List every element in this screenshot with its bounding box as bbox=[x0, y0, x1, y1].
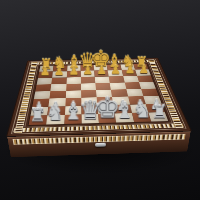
piece-gold-pawn-b7: ♟ bbox=[54, 66, 64, 78]
piece-silver-knight-g1: ♞ bbox=[133, 101, 151, 121]
piece-gold-pawn-h7: ♟ bbox=[139, 64, 149, 76]
square-d7: ♟ bbox=[81, 71, 95, 77]
square-c1: ♝ bbox=[64, 114, 82, 124]
photo-scene: ♜♞♝♛♚♝♞♜♟♟♟♟♟♟♟♟♟♟♟♟♟♟♟♟♜♞♝♛♚♝♞♜ bbox=[0, 0, 200, 200]
chess-board: ♜♞♝♛♚♝♞♜♟♟♟♟♟♟♟♟♟♟♟♟♟♟♟♟♜♞♝♛♚♝♞♜ bbox=[29, 64, 168, 125]
piece-silver-bishop-c1: ♝ bbox=[63, 101, 83, 123]
piece-gold-pawn-c7: ♟ bbox=[68, 65, 78, 77]
board-frame: ♜♞♝♛♚♝♞♜♟♟♟♟♟♟♟♟♟♟♟♟♟♟♟♟♜♞♝♛♚♝♞♜ bbox=[6, 58, 192, 137]
piece-gold-pawn-g7: ♟ bbox=[125, 64, 135, 76]
square-b1: ♞ bbox=[46, 115, 64, 125]
square-e7: ♟ bbox=[94, 70, 109, 76]
square-g1: ♞ bbox=[132, 112, 151, 122]
square-c7: ♟ bbox=[66, 71, 80, 77]
square-a1: ♜ bbox=[29, 115, 48, 125]
chess-box: ♜♞♝♛♚♝♞♜♟♟♟♟♟♟♟♟♟♟♟♟♟♟♟♟♜♞♝♛♚♝♞♜ bbox=[6, 58, 192, 137]
piece-gold-pawn-d7: ♟ bbox=[83, 65, 93, 77]
piece-silver-knight-b1: ♞ bbox=[46, 104, 64, 124]
square-d1: ♛ bbox=[81, 114, 99, 124]
drawer-knob bbox=[95, 143, 106, 147]
square-f7: ♟ bbox=[108, 70, 123, 76]
piece-gold-pawn-e7: ♟ bbox=[97, 65, 107, 77]
piece-gold-pawn-f7: ♟ bbox=[111, 64, 121, 76]
piece-silver-rook-h1: ♜ bbox=[151, 103, 167, 121]
piece-gold-pawn-a7: ♟ bbox=[40, 66, 50, 78]
piece-silver-rook-a1: ♜ bbox=[29, 106, 45, 124]
